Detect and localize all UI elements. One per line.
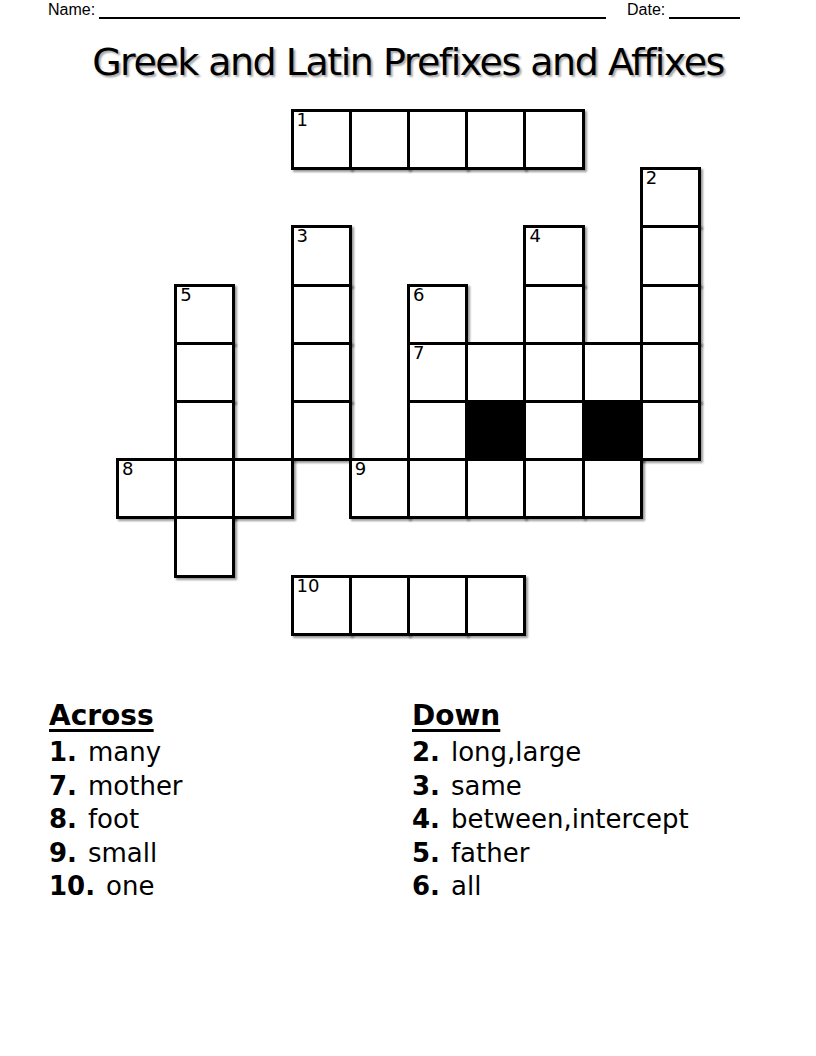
clue-item-number: 4.: [412, 804, 440, 834]
across-clue-list: 1.many7.mother8.foot9.small10.one: [49, 736, 183, 904]
clue-item: 2.long,large: [412, 736, 689, 770]
across-clues-section: Across 1.many7.mother8.foot9.small10.one: [49, 701, 183, 904]
clue-number-label: 6: [413, 285, 424, 306]
clue-item: 5.father: [412, 837, 689, 871]
clue-item-text: father: [451, 838, 529, 868]
grid-cell[interactable]: [291, 342, 352, 403]
clue-number-label: 7: [413, 343, 424, 364]
grid-cell[interactable]: 2: [640, 167, 701, 228]
grid-cell[interactable]: [523, 458, 584, 519]
clue-item: 10.one: [49, 870, 183, 904]
clue-number-label: 3: [297, 226, 308, 247]
clue-item-text: between,intercept: [451, 804, 689, 834]
clue-item: 3.same: [412, 770, 689, 804]
clue-item-number: 9.: [49, 838, 77, 868]
grid-cell[interactable]: [174, 342, 235, 403]
clue-item-text: foot: [88, 804, 139, 834]
clue-number-label: 1: [297, 110, 308, 131]
grid-cell[interactable]: [291, 400, 352, 461]
grid-cell[interactable]: [349, 109, 410, 170]
grid-cell[interactable]: 5: [174, 284, 235, 345]
grid-cell[interactable]: [465, 109, 526, 170]
down-clues-section: Down 2.long,large3.same4.between,interce…: [412, 701, 689, 904]
grid-cell[interactable]: [523, 284, 584, 345]
grid-cell[interactable]: [465, 575, 526, 636]
grid-cell[interactable]: 8: [116, 458, 177, 519]
clue-item-text: one: [106, 871, 154, 901]
clue-item-text: many: [88, 737, 161, 767]
grid-cell[interactable]: [407, 400, 468, 461]
grid-cell[interactable]: [582, 458, 643, 519]
crossword-worksheet: Name: Date: Greek and Latin Prefixes and…: [0, 0, 816, 1056]
clue-item-number: 1.: [49, 737, 77, 767]
clue-item-number: 3.: [412, 771, 440, 801]
grid-cell[interactable]: [407, 109, 468, 170]
clue-item: 6.all: [412, 870, 689, 904]
clue-number-label: 10: [297, 576, 320, 597]
clue-item: 7.mother: [49, 770, 183, 804]
clue-item-text: mother: [88, 771, 183, 801]
grid-cell[interactable]: [465, 342, 526, 403]
clue-item-number: 10.: [49, 871, 95, 901]
clue-item-number: 2.: [412, 737, 440, 767]
grid-cell[interactable]: [174, 400, 235, 461]
clue-item-text: all: [451, 871, 481, 901]
down-clue-list: 2.long,large3.same4.between,intercept5.f…: [412, 736, 689, 904]
across-header: Across: [49, 701, 183, 731]
grid-cell[interactable]: 7: [407, 342, 468, 403]
clue-item-text: same: [451, 771, 522, 801]
clue-item: 1.many: [49, 736, 183, 770]
grid-cell[interactable]: [640, 342, 701, 403]
grid-cell[interactable]: [640, 225, 701, 286]
clue-item: 9.small: [49, 837, 183, 871]
grid-cell[interactable]: [407, 575, 468, 636]
clue-item-text: long,large: [451, 737, 581, 767]
clue-number-label: 5: [180, 285, 191, 306]
grid-cell[interactable]: [232, 458, 293, 519]
clue-item-number: 6.: [412, 871, 440, 901]
clue-number-label: 8: [122, 459, 133, 480]
grid-cell[interactable]: [523, 342, 584, 403]
grid-cell[interactable]: [349, 575, 410, 636]
grid-cell[interactable]: [640, 400, 701, 461]
grid-cell[interactable]: 9: [349, 458, 410, 519]
clue-item-number: 7.: [49, 771, 77, 801]
clue-item-number: 5.: [412, 838, 440, 868]
clue-item-text: small: [88, 838, 157, 868]
grid-cell[interactable]: [523, 109, 584, 170]
clue-item: 4.between,intercept: [412, 803, 689, 837]
grid-cell[interactable]: 1: [291, 109, 352, 170]
block-cell: [465, 400, 526, 461]
grid-cell[interactable]: 10: [291, 575, 352, 636]
grid-cell[interactable]: [640, 284, 701, 345]
grid-cell[interactable]: [582, 342, 643, 403]
grid-cell[interactable]: [174, 516, 235, 577]
date-blank-line[interactable]: [669, 17, 740, 19]
clue-item-number: 8.: [49, 804, 77, 834]
grid-cell[interactable]: [291, 284, 352, 345]
clue-item: 8.foot: [49, 803, 183, 837]
clue-number-label: 9: [355, 459, 366, 480]
clue-number-label: 4: [529, 226, 540, 247]
page-title: Greek and Latin Prefixes and Affixes: [0, 40, 816, 84]
grid-cell[interactable]: [174, 458, 235, 519]
grid-cell[interactable]: [523, 400, 584, 461]
grid-cell[interactable]: 3: [291, 225, 352, 286]
grid-cell[interactable]: 6: [407, 284, 468, 345]
grid-cell[interactable]: [465, 458, 526, 519]
date-label: Date:: [627, 0, 665, 19]
clue-number-label: 2: [646, 168, 657, 189]
name-blank-line[interactable]: [99, 17, 606, 19]
name-label: Name:: [48, 0, 95, 19]
grid-cell[interactable]: 4: [523, 225, 584, 286]
down-header: Down: [412, 701, 689, 731]
block-cell: [582, 400, 643, 461]
grid-cell[interactable]: [407, 458, 468, 519]
